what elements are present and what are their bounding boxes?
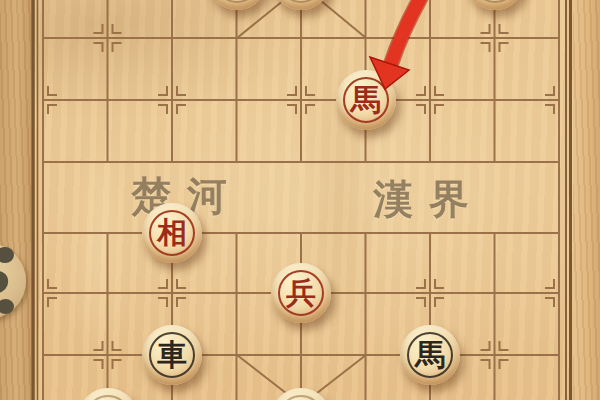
- xiangqi-board-screenshot: 楚河 漢界 馬相兵車馬: [0, 0, 600, 400]
- move-arrow: [0, 0, 600, 400]
